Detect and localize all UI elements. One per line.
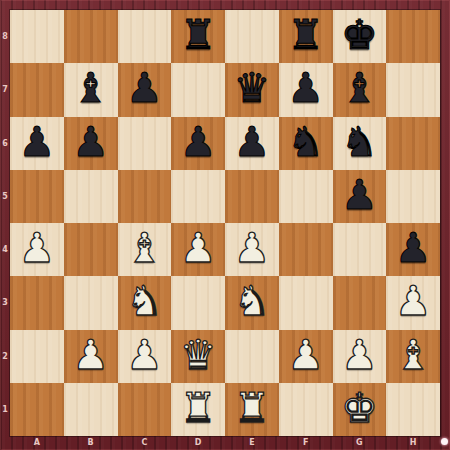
- file-label: C: [118, 436, 172, 450]
- rank-label: 2: [0, 330, 10, 383]
- square-d2[interactable]: ♛: [171, 330, 225, 383]
- square-h7[interactable]: [386, 63, 440, 116]
- file-label: A: [10, 436, 64, 450]
- square-e4[interactable]: ♟: [225, 223, 279, 276]
- square-f3[interactable]: [279, 276, 333, 329]
- white-rook[interactable]: ♜: [180, 388, 217, 429]
- board-frame: 87654321 ♜♜♚♝♟♛♟♝♟♟♟♟♞♞♟♟♝♟♟♟♞♞♟♟♟♛♟♟♝♜♜…: [0, 0, 450, 450]
- square-d8[interactable]: ♜: [171, 10, 225, 63]
- square-c1[interactable]: [118, 383, 172, 436]
- square-h5[interactable]: [386, 170, 440, 223]
- rank-label: 7: [0, 63, 10, 116]
- file-label: H: [386, 436, 440, 450]
- black-queen[interactable]: ♛: [233, 68, 270, 109]
- white-queen[interactable]: ♛: [180, 335, 217, 376]
- square-g8[interactable]: ♚: [333, 10, 387, 63]
- square-d5[interactable]: [171, 170, 225, 223]
- square-g1[interactable]: ♚: [333, 383, 387, 436]
- square-f6[interactable]: ♞: [279, 117, 333, 170]
- file-labels: ABCDEFGH: [10, 436, 440, 450]
- square-g4[interactable]: [333, 223, 387, 276]
- square-h3[interactable]: ♟: [386, 276, 440, 329]
- white-to-move-indicator: [441, 438, 448, 445]
- square-b6[interactable]: ♟: [64, 117, 118, 170]
- square-b4[interactable]: [64, 223, 118, 276]
- square-g2[interactable]: ♟: [333, 330, 387, 383]
- square-d6[interactable]: ♟: [171, 117, 225, 170]
- square-h2[interactable]: ♝: [386, 330, 440, 383]
- black-pawn[interactable]: ♟: [287, 68, 324, 109]
- rank-label: 5: [0, 170, 10, 223]
- square-e3[interactable]: ♞: [225, 276, 279, 329]
- black-pawn[interactable]: ♟: [126, 68, 163, 109]
- square-a5[interactable]: [10, 170, 64, 223]
- square-h8[interactable]: [386, 10, 440, 63]
- square-a1[interactable]: [10, 383, 64, 436]
- white-pawn[interactable]: ♟: [72, 335, 109, 376]
- white-pawn[interactable]: ♟: [395, 281, 432, 322]
- square-d7[interactable]: [171, 63, 225, 116]
- square-h6[interactable]: [386, 117, 440, 170]
- square-a3[interactable]: [10, 276, 64, 329]
- rank-label: 4: [0, 223, 10, 276]
- square-a7[interactable]: [10, 63, 64, 116]
- chess-board: ♜♜♚♝♟♛♟♝♟♟♟♟♞♞♟♟♝♟♟♟♞♞♟♟♟♛♟♟♝♜♜♚: [10, 10, 440, 436]
- black-bishop[interactable]: ♝: [341, 68, 378, 109]
- file-label: G: [333, 436, 387, 450]
- file-label: F: [279, 436, 333, 450]
- square-e8[interactable]: [225, 10, 279, 63]
- square-h4[interactable]: ♟: [386, 223, 440, 276]
- square-a8[interactable]: [10, 10, 64, 63]
- rank-label: 6: [0, 117, 10, 170]
- black-pawn[interactable]: ♟: [233, 122, 270, 163]
- square-g7[interactable]: ♝: [333, 63, 387, 116]
- black-bishop[interactable]: ♝: [72, 68, 109, 109]
- black-pawn[interactable]: ♟: [72, 122, 109, 163]
- square-b7[interactable]: ♝: [64, 63, 118, 116]
- square-c7[interactable]: ♟: [118, 63, 172, 116]
- black-pawn[interactable]: ♟: [180, 122, 217, 163]
- square-d4[interactable]: ♟: [171, 223, 225, 276]
- square-b8[interactable]: [64, 10, 118, 63]
- white-king[interactable]: ♚: [341, 388, 378, 429]
- white-pawn[interactable]: ♟: [233, 228, 270, 269]
- square-c5[interactable]: [118, 170, 172, 223]
- file-label: E: [225, 436, 279, 450]
- square-c2[interactable]: ♟: [118, 330, 172, 383]
- black-pawn[interactable]: ♟: [341, 175, 378, 216]
- square-b3[interactable]: [64, 276, 118, 329]
- square-h1[interactable]: [386, 383, 440, 436]
- square-b2[interactable]: ♟: [64, 330, 118, 383]
- square-e1[interactable]: ♜: [225, 383, 279, 436]
- rank-labels: 87654321: [0, 10, 10, 436]
- black-rook[interactable]: ♜: [180, 15, 217, 56]
- white-knight[interactable]: ♞: [126, 281, 163, 322]
- white-pawn[interactable]: ♟: [287, 335, 324, 376]
- square-f7[interactable]: ♟: [279, 63, 333, 116]
- square-c4[interactable]: ♝: [118, 223, 172, 276]
- square-e2[interactable]: [225, 330, 279, 383]
- square-b1[interactable]: [64, 383, 118, 436]
- black-rook[interactable]: ♜: [287, 15, 324, 56]
- black-pawn[interactable]: ♟: [18, 122, 55, 163]
- square-d3[interactable]: [171, 276, 225, 329]
- square-d1[interactable]: ♜: [171, 383, 225, 436]
- rank-label: 1: [0, 383, 10, 436]
- square-f5[interactable]: [279, 170, 333, 223]
- square-g6[interactable]: ♞: [333, 117, 387, 170]
- white-pawn[interactable]: ♟: [126, 335, 163, 376]
- black-knight[interactable]: ♞: [341, 122, 378, 163]
- square-c6[interactable]: [118, 117, 172, 170]
- white-pawn[interactable]: ♟: [341, 335, 378, 376]
- square-b5[interactable]: [64, 170, 118, 223]
- square-e5[interactable]: [225, 170, 279, 223]
- file-label: D: [171, 436, 225, 450]
- rank-label: 8: [0, 10, 10, 63]
- square-a2[interactable]: [10, 330, 64, 383]
- square-g3[interactable]: [333, 276, 387, 329]
- white-rook[interactable]: ♜: [233, 388, 270, 429]
- square-g5[interactable]: ♟: [333, 170, 387, 223]
- square-e6[interactable]: ♟: [225, 117, 279, 170]
- square-e7[interactable]: ♛: [225, 63, 279, 116]
- white-knight[interactable]: ♞: [233, 281, 270, 322]
- white-pawn[interactable]: ♟: [18, 228, 55, 269]
- black-knight[interactable]: ♞: [287, 122, 324, 163]
- square-f1[interactable]: [279, 383, 333, 436]
- white-bishop[interactable]: ♝: [395, 335, 432, 376]
- square-a6[interactable]: ♟: [10, 117, 64, 170]
- file-label: B: [64, 436, 118, 450]
- rank-label: 3: [0, 276, 10, 329]
- black-king[interactable]: ♚: [341, 15, 378, 56]
- black-pawn[interactable]: ♟: [395, 228, 432, 269]
- white-bishop[interactable]: ♝: [126, 228, 163, 269]
- square-f8[interactable]: ♜: [279, 10, 333, 63]
- square-c3[interactable]: ♞: [118, 276, 172, 329]
- square-c8[interactable]: [118, 10, 172, 63]
- square-f4[interactable]: [279, 223, 333, 276]
- white-pawn[interactable]: ♟: [180, 228, 217, 269]
- square-f2[interactable]: ♟: [279, 330, 333, 383]
- square-a4[interactable]: ♟: [10, 223, 64, 276]
